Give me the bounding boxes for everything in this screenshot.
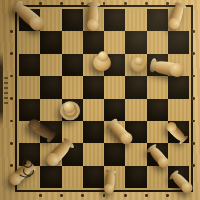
nail-dot	[39, 194, 42, 197]
board-square[interactable]	[40, 31, 61, 53]
board-square[interactable]	[147, 121, 168, 143]
nail-dot	[10, 52, 13, 55]
board-square[interactable]	[62, 76, 83, 98]
board-square[interactable]	[104, 9, 125, 31]
board-square[interactable]	[125, 76, 146, 98]
board-square[interactable]	[104, 31, 125, 53]
fallen-pawn-shape	[104, 170, 115, 193]
nail-dot	[10, 142, 13, 145]
board-square[interactable]	[40, 99, 61, 121]
board-square[interactable]	[62, 54, 83, 76]
standing-pawn-shape	[131, 56, 147, 72]
board-square[interactable]	[147, 9, 168, 31]
board-square[interactable]	[62, 31, 83, 53]
nail-dot	[192, 30, 195, 33]
nail-dot	[166, 2, 169, 5]
nail-dot	[39, 2, 42, 5]
board-square[interactable]	[147, 76, 168, 98]
nail-dot	[192, 142, 195, 145]
nail-dot	[60, 194, 63, 197]
nail-dot	[192, 52, 195, 55]
board-square[interactable]	[147, 166, 168, 188]
board-square[interactable]	[19, 54, 40, 76]
board-square[interactable]	[147, 99, 168, 121]
board-square[interactable]	[62, 166, 83, 188]
board-square[interactable]	[168, 31, 189, 53]
nail-dot	[81, 194, 84, 197]
nail-dot	[166, 194, 169, 197]
board-square[interactable]	[104, 76, 125, 98]
board-square[interactable]	[40, 54, 61, 76]
left-edge-stamp-text	[4, 74, 8, 104]
board-photo	[0, 0, 200, 200]
board-square[interactable]	[83, 143, 104, 165]
board-square[interactable]	[62, 9, 83, 31]
nail-dot	[60, 2, 63, 5]
board-square[interactable]	[83, 121, 104, 143]
board-square[interactable]	[40, 76, 61, 98]
fallen-pawn-shape	[87, 3, 99, 30]
board-square[interactable]	[147, 31, 168, 53]
nail-dot	[81, 2, 84, 5]
nail-dot	[145, 194, 148, 197]
left-edge-streak	[0, 52, 3, 126]
board-square[interactable]	[19, 99, 40, 121]
nail-dot	[192, 164, 195, 167]
ink-scribble	[16, 146, 44, 180]
board-square[interactable]	[168, 76, 189, 98]
nail-dot	[192, 120, 195, 123]
nail-dot	[10, 97, 13, 100]
nail-dot	[192, 97, 195, 100]
board-square[interactable]	[83, 99, 104, 121]
board-square[interactable]	[125, 31, 146, 53]
nail-dot	[10, 30, 13, 33]
nail-dot	[10, 164, 13, 167]
board-square[interactable]	[125, 143, 146, 165]
nail-dot	[10, 120, 13, 123]
board-square[interactable]	[19, 31, 40, 53]
board-square[interactable]	[125, 9, 146, 31]
nail-dot	[145, 2, 148, 5]
board-square[interactable]	[168, 143, 189, 165]
board-square[interactable]	[125, 166, 146, 188]
board-square[interactable]	[104, 143, 125, 165]
board-square[interactable]	[125, 99, 146, 121]
board-square[interactable]	[19, 76, 40, 98]
board-square[interactable]	[168, 99, 189, 121]
board-square[interactable]	[83, 166, 104, 188]
nail-dot	[124, 2, 127, 5]
board-square[interactable]	[83, 76, 104, 98]
nail-dot	[124, 194, 127, 197]
